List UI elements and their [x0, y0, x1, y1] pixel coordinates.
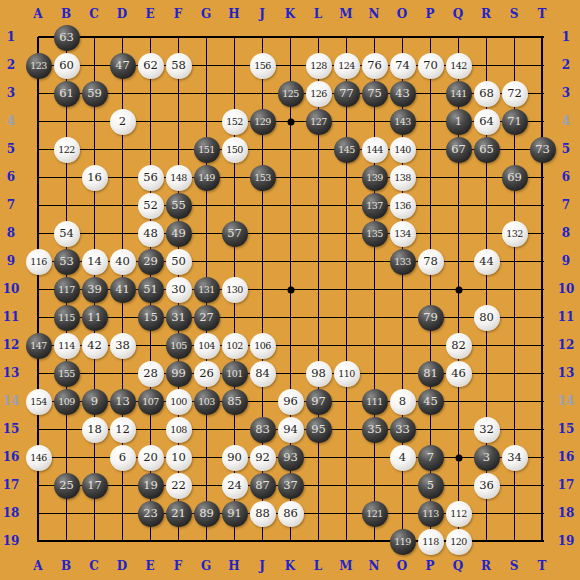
- move-number: 74: [395, 60, 410, 72]
- move-number: 77: [339, 88, 354, 100]
- column-label: D: [113, 6, 131, 22]
- stone-90: 90: [222, 445, 248, 471]
- move-number: 86: [283, 508, 298, 520]
- stone-15: 15: [138, 305, 164, 331]
- stone-144: 144: [362, 137, 388, 163]
- stone-11: 11: [82, 305, 108, 331]
- stone-4: 4: [390, 445, 416, 471]
- column-label: O: [393, 558, 411, 574]
- stone-128: 128: [306, 53, 332, 79]
- move-number: 55: [171, 200, 186, 212]
- move-number: 6: [119, 452, 126, 464]
- move-number: 20: [143, 452, 158, 464]
- move-number: 98: [311, 368, 326, 380]
- stone-132: 132: [502, 221, 528, 247]
- row-label: 9: [2, 253, 20, 269]
- move-number: 69: [507, 172, 522, 184]
- column-label: S: [505, 6, 523, 22]
- stone-43: 43: [390, 81, 416, 107]
- move-number: 87: [255, 480, 270, 492]
- stone-127: 127: [306, 109, 332, 135]
- column-label: J: [253, 6, 271, 22]
- row-label: 7: [557, 197, 575, 213]
- move-number: 47: [115, 60, 130, 72]
- move-number: 148: [170, 173, 187, 183]
- stone-99: 99: [166, 361, 192, 387]
- stone-31: 31: [166, 305, 192, 331]
- move-number: 13: [115, 396, 130, 408]
- stone-150: 150: [222, 137, 248, 163]
- move-number: 31: [171, 312, 186, 324]
- row-label: 6: [557, 169, 575, 185]
- move-number: 68: [479, 88, 494, 100]
- stone-20: 20: [138, 445, 164, 471]
- stone-141: 141: [446, 81, 472, 107]
- move-number: 83: [255, 424, 270, 436]
- stone-153: 153: [250, 165, 276, 191]
- move-number: 118: [422, 537, 439, 547]
- move-number: 150: [226, 145, 243, 155]
- move-number: 32: [479, 424, 494, 436]
- row-label: 14: [2, 393, 20, 409]
- stone-156: 156: [250, 53, 276, 79]
- move-number: 67: [451, 144, 466, 156]
- stone-22: 22: [166, 473, 192, 499]
- move-number: 29: [143, 256, 158, 268]
- move-number: 152: [226, 117, 243, 127]
- stone-103: 103: [194, 389, 220, 415]
- stone-23: 23: [138, 501, 164, 527]
- column-label: K: [281, 558, 299, 574]
- move-number: 56: [143, 172, 158, 184]
- go-board[interactable]: ABCDEFGHJKLMNOPQRST ABCDEFGHJKLMNOPQRST …: [0, 0, 580, 580]
- grid-line-horizontal: [38, 36, 544, 38]
- move-number: 99: [171, 368, 186, 380]
- move-number: 42: [87, 340, 102, 352]
- row-label: 15: [557, 421, 575, 437]
- move-number: 76: [367, 60, 382, 72]
- column-label: N: [365, 6, 383, 22]
- column-label: L: [309, 558, 327, 574]
- stone-16: 16: [82, 165, 108, 191]
- move-number: 80: [479, 312, 494, 324]
- stone-111: 111: [362, 389, 388, 415]
- stone-69: 69: [502, 165, 528, 191]
- row-label: 3: [557, 85, 575, 101]
- column-label: A: [29, 6, 47, 22]
- stone-27: 27: [194, 305, 220, 331]
- move-number: 46: [451, 368, 466, 380]
- stone-9: 9: [82, 389, 108, 415]
- stone-28: 28: [138, 361, 164, 387]
- move-number: 16: [87, 172, 102, 184]
- column-label: M: [337, 6, 355, 22]
- stone-125: 125: [278, 81, 304, 107]
- move-number: 94: [283, 424, 298, 436]
- stone-154: 154: [26, 389, 52, 415]
- move-number: 111: [366, 397, 383, 407]
- stone-75: 75: [362, 81, 388, 107]
- column-label: B: [57, 558, 75, 574]
- stone-96: 96: [278, 389, 304, 415]
- row-label: 14: [557, 393, 575, 409]
- row-label: 8: [557, 225, 575, 241]
- column-label: P: [421, 6, 439, 22]
- move-number: 48: [143, 228, 158, 240]
- move-number: 155: [58, 369, 75, 379]
- move-number: 113: [422, 509, 439, 519]
- stone-143: 143: [390, 109, 416, 135]
- move-number: 106: [254, 341, 271, 351]
- stone-100: 100: [166, 389, 192, 415]
- stone-38: 38: [110, 333, 136, 359]
- stone-94: 94: [278, 417, 304, 443]
- move-number: 23: [143, 508, 158, 520]
- column-label: C: [85, 6, 103, 22]
- move-number: 129: [254, 117, 271, 127]
- move-number: 3: [483, 452, 490, 464]
- stone-145: 145: [334, 137, 360, 163]
- move-number: 57: [227, 228, 242, 240]
- stone-12: 12: [110, 417, 136, 443]
- column-label: D: [113, 558, 131, 574]
- stone-63: 63: [54, 25, 80, 51]
- row-label: 17: [2, 477, 20, 493]
- stone-61: 61: [54, 81, 80, 107]
- stone-116: 116: [26, 249, 52, 275]
- move-number: 37: [283, 480, 298, 492]
- row-label: 17: [557, 477, 575, 493]
- stone-135: 135: [362, 221, 388, 247]
- row-label: 10: [2, 281, 20, 297]
- move-number: 8: [399, 396, 406, 408]
- stone-124: 124: [334, 53, 360, 79]
- stone-121: 121: [362, 501, 388, 527]
- move-number: 7: [427, 452, 434, 464]
- move-number: 109: [58, 397, 75, 407]
- stone-21: 21: [166, 501, 192, 527]
- stone-25: 25: [54, 473, 80, 499]
- stone-7: 7: [418, 445, 444, 471]
- stone-86: 86: [278, 501, 304, 527]
- stone-56: 56: [138, 165, 164, 191]
- stone-131: 131: [194, 277, 220, 303]
- row-label: 5: [557, 141, 575, 157]
- move-number: 91: [227, 508, 242, 520]
- stone-59: 59: [82, 81, 108, 107]
- row-label: 16: [557, 449, 575, 465]
- stone-32: 32: [474, 417, 500, 443]
- stone-105: 105: [166, 333, 192, 359]
- column-label: E: [141, 6, 159, 22]
- stone-97: 97: [306, 389, 332, 415]
- stone-115: 115: [54, 305, 80, 331]
- stone-18: 18: [82, 417, 108, 443]
- move-number: 156: [254, 61, 271, 71]
- move-number: 100: [170, 397, 187, 407]
- column-label: P: [421, 558, 439, 574]
- move-number: 135: [366, 229, 383, 239]
- move-number: 101: [226, 369, 243, 379]
- move-number: 1: [455, 116, 462, 128]
- move-number: 19: [143, 480, 158, 492]
- stone-1: 1: [446, 109, 472, 135]
- move-number: 127: [310, 117, 327, 127]
- stone-82: 82: [446, 333, 472, 359]
- move-number: 142: [450, 61, 467, 71]
- move-number: 139: [366, 173, 383, 183]
- stone-45: 45: [418, 389, 444, 415]
- stone-34: 34: [502, 445, 528, 471]
- stone-14: 14: [82, 249, 108, 275]
- column-label: N: [365, 558, 383, 574]
- move-number: 85: [227, 396, 242, 408]
- move-number: 126: [310, 89, 327, 99]
- move-number: 35: [367, 424, 382, 436]
- stone-146: 146: [26, 445, 52, 471]
- column-label: O: [393, 6, 411, 22]
- stone-83: 83: [250, 417, 276, 443]
- stone-33: 33: [390, 417, 416, 443]
- column-label: K: [281, 6, 299, 22]
- stone-110: 110: [334, 361, 360, 387]
- stone-78: 78: [418, 249, 444, 275]
- move-number: 15: [143, 312, 158, 324]
- move-number: 50: [171, 256, 186, 268]
- move-number: 33: [395, 424, 410, 436]
- move-number: 11: [87, 312, 102, 324]
- move-number: 140: [394, 145, 411, 155]
- stone-91: 91: [222, 501, 248, 527]
- move-number: 117: [58, 285, 75, 295]
- stone-98: 98: [306, 361, 332, 387]
- move-number: 143: [394, 117, 411, 127]
- move-number: 44: [479, 256, 494, 268]
- move-number: 93: [283, 452, 298, 464]
- row-label: 9: [557, 253, 575, 269]
- stone-57: 57: [222, 221, 248, 247]
- column-label: E: [141, 558, 159, 574]
- move-number: 128: [310, 61, 327, 71]
- star-point: [455, 286, 462, 293]
- stone-44: 44: [474, 249, 500, 275]
- row-label: 7: [2, 197, 20, 213]
- stone-87: 87: [250, 473, 276, 499]
- grid-line-vertical: [374, 37, 375, 542]
- move-number: 149: [198, 173, 215, 183]
- move-number: 112: [450, 509, 467, 519]
- move-number: 123: [30, 61, 47, 71]
- stone-89: 89: [194, 501, 220, 527]
- move-number: 103: [198, 397, 215, 407]
- stone-67: 67: [446, 137, 472, 163]
- stone-122: 122: [54, 137, 80, 163]
- column-label: T: [533, 558, 551, 574]
- stone-114: 114: [54, 333, 80, 359]
- stone-88: 88: [250, 501, 276, 527]
- column-label: H: [225, 6, 243, 22]
- move-number: 134: [394, 229, 411, 239]
- move-number: 107: [142, 397, 159, 407]
- stone-77: 77: [334, 81, 360, 107]
- stone-71: 71: [502, 109, 528, 135]
- column-label: H: [225, 558, 243, 574]
- stone-70: 70: [418, 53, 444, 79]
- move-number: 122: [58, 145, 75, 155]
- stone-106: 106: [250, 333, 276, 359]
- stone-81: 81: [418, 361, 444, 387]
- grid-line-horizontal: [38, 205, 544, 206]
- move-number: 40: [115, 256, 130, 268]
- move-number: 147: [30, 341, 47, 351]
- stone-123: 123: [26, 53, 52, 79]
- column-label: S: [505, 558, 523, 574]
- move-number: 41: [115, 284, 130, 296]
- stone-117: 117: [54, 277, 80, 303]
- column-label: M: [337, 558, 355, 574]
- stone-73: 73: [530, 137, 556, 163]
- move-number: 114: [58, 341, 75, 351]
- stone-46: 46: [446, 361, 472, 387]
- stone-109: 109: [54, 389, 80, 415]
- stone-133: 133: [390, 249, 416, 275]
- row-label: 6: [2, 169, 20, 185]
- move-number: 72: [507, 88, 522, 100]
- row-label: 2: [557, 57, 575, 73]
- move-number: 60: [59, 60, 74, 72]
- stone-79: 79: [418, 305, 444, 331]
- move-number: 88: [255, 508, 270, 520]
- move-number: 141: [450, 89, 467, 99]
- stone-41: 41: [110, 277, 136, 303]
- column-label: Q: [449, 6, 467, 22]
- move-number: 43: [395, 88, 410, 100]
- stone-84: 84: [250, 361, 276, 387]
- row-label: 10: [557, 281, 575, 297]
- stone-40: 40: [110, 249, 136, 275]
- stone-37: 37: [278, 473, 304, 499]
- stone-58: 58: [166, 53, 192, 79]
- move-number: 151: [198, 145, 215, 155]
- move-number: 95: [311, 424, 326, 436]
- stone-101: 101: [222, 361, 248, 387]
- column-label: G: [197, 558, 215, 574]
- stone-51: 51: [138, 277, 164, 303]
- row-label: 4: [557, 113, 575, 129]
- move-number: 61: [59, 88, 74, 100]
- move-number: 116: [30, 257, 47, 267]
- row-label: 16: [2, 449, 20, 465]
- stone-147: 147: [26, 333, 52, 359]
- column-label: Q: [449, 558, 467, 574]
- stone-8: 8: [390, 389, 416, 415]
- move-number: 136: [394, 201, 411, 211]
- move-number: 89: [199, 508, 214, 520]
- move-number: 70: [423, 60, 438, 72]
- stone-17: 17: [82, 473, 108, 499]
- stone-19: 19: [138, 473, 164, 499]
- move-number: 75: [367, 88, 382, 100]
- stone-126: 126: [306, 81, 332, 107]
- move-number: 108: [170, 425, 187, 435]
- stone-48: 48: [138, 221, 164, 247]
- move-number: 131: [198, 285, 215, 295]
- move-number: 38: [115, 340, 130, 352]
- stone-5: 5: [418, 473, 444, 499]
- row-label: 11: [2, 309, 20, 325]
- stone-149: 149: [194, 165, 220, 191]
- move-number: 53: [59, 256, 74, 268]
- column-label: T: [533, 6, 551, 22]
- stone-74: 74: [390, 53, 416, 79]
- stone-148: 148: [166, 165, 192, 191]
- row-label: 19: [2, 533, 20, 549]
- stone-39: 39: [82, 277, 108, 303]
- stone-113: 113: [418, 501, 444, 527]
- move-number: 63: [59, 32, 74, 44]
- stone-54: 54: [54, 221, 80, 247]
- move-number: 145: [338, 145, 355, 155]
- grid-line-horizontal: [38, 177, 544, 178]
- move-number: 51: [143, 284, 158, 296]
- move-number: 65: [479, 144, 494, 156]
- row-label: 8: [2, 225, 20, 241]
- move-number: 28: [143, 368, 158, 380]
- stone-6: 6: [110, 445, 136, 471]
- column-label: F: [169, 6, 187, 22]
- move-number: 36: [479, 480, 494, 492]
- stone-139: 139: [362, 165, 388, 191]
- grid-line-vertical: [346, 37, 347, 542]
- stone-140: 140: [390, 137, 416, 163]
- star-point: [287, 286, 294, 293]
- move-number: 34: [507, 452, 522, 464]
- stone-95: 95: [306, 417, 332, 443]
- move-number: 22: [171, 480, 186, 492]
- stone-120: 120: [446, 529, 472, 555]
- row-label: 19: [557, 533, 575, 549]
- stone-62: 62: [138, 53, 164, 79]
- row-label: 18: [557, 505, 575, 521]
- column-label: L: [309, 6, 327, 22]
- move-number: 5: [427, 480, 434, 492]
- stone-118: 118: [418, 529, 444, 555]
- stone-108: 108: [166, 417, 192, 443]
- stone-49: 49: [166, 221, 192, 247]
- stone-107: 107: [138, 389, 164, 415]
- move-number: 2: [119, 116, 126, 128]
- stone-142: 142: [446, 53, 472, 79]
- move-number: 78: [423, 256, 438, 268]
- grid-line-horizontal: [38, 317, 544, 318]
- move-number: 58: [171, 60, 186, 72]
- move-number: 49: [171, 228, 186, 240]
- row-label: 3: [2, 85, 20, 101]
- stone-50: 50: [166, 249, 192, 275]
- move-number: 144: [366, 145, 383, 155]
- star-point: [287, 118, 294, 125]
- stone-13: 13: [110, 389, 136, 415]
- move-number: 9: [91, 396, 98, 408]
- stone-92: 92: [250, 445, 276, 471]
- row-label: 11: [557, 309, 575, 325]
- move-number: 71: [507, 116, 522, 128]
- stone-42: 42: [82, 333, 108, 359]
- move-number: 84: [255, 368, 270, 380]
- move-number: 133: [394, 257, 411, 267]
- move-number: 104: [198, 341, 215, 351]
- move-number: 120: [450, 537, 467, 547]
